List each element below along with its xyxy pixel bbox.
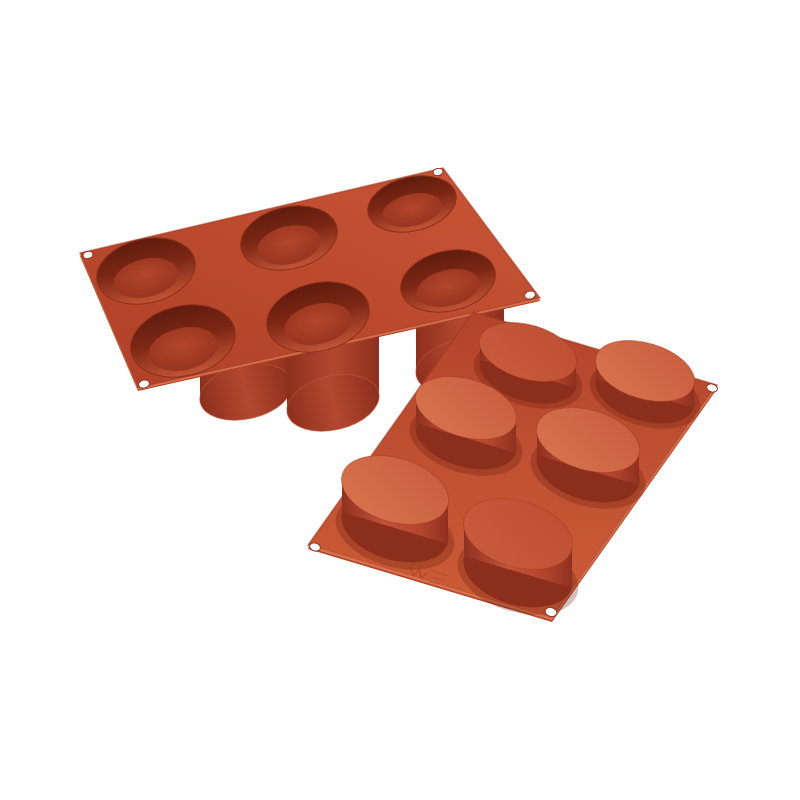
molds-illustration xyxy=(0,0,800,800)
product-photo: Two terracotta-coloured six-cavity silic… xyxy=(0,0,800,800)
